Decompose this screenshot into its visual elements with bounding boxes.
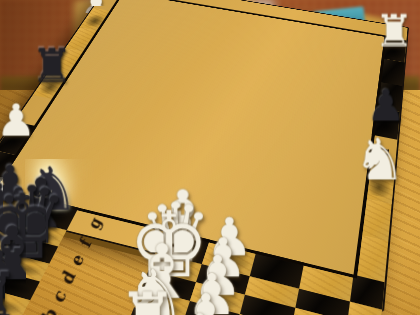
square-d6[interactable] <box>240 295 295 315</box>
white-rook-glyph: ♜ <box>375 10 414 54</box>
white-pawn-glyph: ♟ <box>0 99 36 143</box>
playing-area-frame <box>0 0 387 279</box>
board-border <box>185 0 222 9</box>
file-label-e: e <box>49 247 102 276</box>
square-f5[interactable] <box>299 263 353 302</box>
board-border <box>93 0 124 11</box>
square-h5[interactable] <box>65 27 99 52</box>
file-label-c: c <box>30 282 86 314</box>
board-border <box>350 19 387 37</box>
square-e4[interactable] <box>347 302 382 315</box>
board-border <box>15 95 55 126</box>
black-bishop-glyph: ♝ <box>10 170 72 239</box>
black-rook-glyph: ♜ <box>0 264 20 315</box>
square-a1[interactable]: ♜ <box>0 307 20 315</box>
square-h7[interactable]: ♟ <box>80 8 112 31</box>
square-h8[interactable]: ♜ <box>382 37 407 63</box>
black-pawn-glyph: ♟ <box>0 177 21 227</box>
square-e6[interactable] <box>245 276 299 307</box>
square-g1[interactable]: ♞ <box>24 198 78 231</box>
board-border <box>217 0 254 14</box>
black-knight-glyph: ♞ <box>25 159 79 219</box>
square-h2[interactable]: ♟ <box>372 107 400 140</box>
board-border <box>249 2 286 19</box>
chessboard: ♜♟♟♜h♞♟♟♞g♝♟♟♝f♛♟♟♛e♚♟♟♚d♝♟♟♝c♞♟♟♞b♜♟♟♜a… <box>0 0 409 312</box>
white-rook-glyph: ♜ <box>118 284 178 315</box>
piece-shadow <box>9 240 53 260</box>
chess-wallpaper-scene: ♜♟♟♜h♞♟♟♞g♝♟♟♝f♛♟♟♛e♚♟♟♚d♝♟♟♝c♞♟♟♞b♜♟♟♜a… <box>0 0 420 315</box>
square-e2[interactable]: ♟ <box>0 225 15 252</box>
piece-shadow <box>383 42 404 59</box>
black-rook-glyph: ♜ <box>31 43 73 89</box>
square-h1[interactable]: ♜ <box>33 71 71 100</box>
square-g8[interactable]: ♞ <box>364 165 395 204</box>
black-pawn-glyph: ♟ <box>0 193 12 244</box>
board-sheen <box>0 0 385 275</box>
square-f1[interactable]: ♝ <box>15 220 67 247</box>
black-pawn-glyph: ♟ <box>0 208 2 260</box>
square-g7[interactable]: ♟ <box>0 121 37 155</box>
piece-shadow <box>37 77 66 96</box>
board-border <box>110 218 164 253</box>
square-f4[interactable] <box>350 275 385 310</box>
square-f2[interactable]: ♟ <box>0 209 24 235</box>
square-f6[interactable] <box>250 251 304 289</box>
file-label-b: b <box>20 300 78 315</box>
square-g4[interactable] <box>354 234 389 282</box>
board-border <box>282 8 319 25</box>
square-h3[interactable] <box>50 48 86 75</box>
white-pawn-glyph: ♟ <box>173 306 226 315</box>
file-label-d: d <box>40 264 95 294</box>
piece-shadow <box>29 204 73 227</box>
square-g5[interactable] <box>0 150 18 188</box>
board-perspective-wrapper: ♜♟♟♜h♞♟♟♞g♝♟♟♝f♛♟♟♛e♚♟♟♚d♝♟♟♝c♞♟♟♞b♜♟♟♜a… <box>0 0 420 315</box>
piece-shadow <box>374 114 398 135</box>
file-label-g: g <box>67 208 121 242</box>
board-border <box>385 24 408 40</box>
black-queen-glyph: ♛ <box>0 175 67 255</box>
piece-shadow <box>19 224 62 243</box>
board-border <box>154 0 191 3</box>
piece-shadow <box>0 214 19 233</box>
piece-shadow <box>0 194 31 216</box>
white-knight-glyph: ♞ <box>354 131 406 188</box>
black-pawn-glyph: ♟ <box>367 84 406 127</box>
white-bishop-glyph: ♝ <box>152 182 215 252</box>
black-pawn-glyph: ♟ <box>0 160 32 209</box>
board-border <box>315 13 352 31</box>
piece-shadow <box>83 13 108 28</box>
white-pawn-glyph: ♟ <box>206 211 253 263</box>
piece-shadow <box>0 229 10 249</box>
piece-shadow <box>0 129 31 151</box>
square-h6[interactable] <box>379 58 405 86</box>
file-label-h: h <box>368 135 398 171</box>
piece-shadow <box>366 173 393 198</box>
square-g2[interactable]: ♟ <box>0 188 37 220</box>
file-label-f: f <box>58 230 110 258</box>
square-h4[interactable] <box>375 82 402 112</box>
white-pawn-glyph: ♟ <box>80 0 112 23</box>
square-g6[interactable] <box>359 198 392 241</box>
square-e5[interactable] <box>295 289 350 315</box>
